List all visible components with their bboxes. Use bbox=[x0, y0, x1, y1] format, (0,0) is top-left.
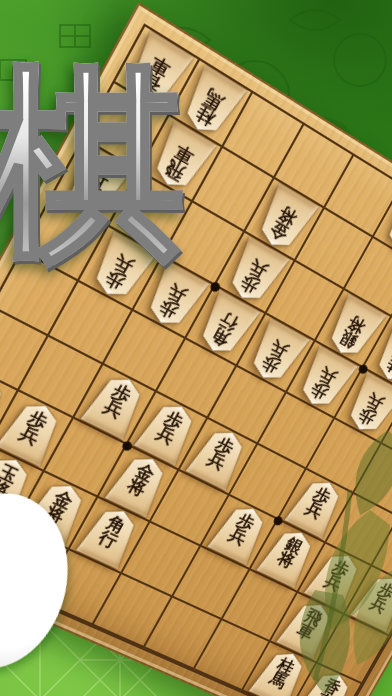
app-screen: { "game": "shogi", "app": { "logo_charac… bbox=[0, 0, 392, 696]
